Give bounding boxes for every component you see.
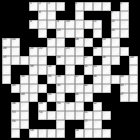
cell-11-14 [129, 102, 138, 111]
cell-9-7[interactable] [65, 84, 74, 93]
cell-3-14 [129, 29, 138, 38]
cell-6-2[interactable] [20, 56, 29, 65]
cell-1-5[interactable] [47, 11, 56, 20]
clue-number: 16 [12, 38, 16, 41]
cell-0-14 [129, 2, 138, 11]
cell-8-4 [38, 75, 47, 84]
crossword-board: 1234567891011121314151617181920212223242… [2, 2, 138, 138]
cell-2-0 [2, 20, 11, 29]
cell-11-12 [111, 102, 120, 111]
clue-number: 19 [102, 38, 106, 41]
cell-1-4[interactable]: 6 [38, 11, 47, 20]
cell-4-1[interactable]: 16 [11, 38, 20, 47]
cell-6-6[interactable]: 26 [56, 56, 65, 65]
cell-6-14[interactable]: 29 [129, 56, 138, 65]
cell-10-2[interactable]: 44 [20, 93, 29, 102]
cell-5-8[interactable] [75, 47, 84, 56]
cell-13-8 [75, 120, 84, 129]
cell-3-6[interactable]: 13 [56, 29, 65, 38]
cell-14-11[interactable] [102, 129, 111, 138]
cell-6-7[interactable] [65, 56, 74, 65]
cell-9-5 [47, 84, 56, 93]
clue-number: 18 [75, 38, 79, 41]
clue-number: 52 [93, 102, 97, 105]
cell-13-9[interactable]: 57 [84, 120, 93, 129]
cell-6-1[interactable] [11, 56, 20, 65]
cell-3-4[interactable] [38, 29, 47, 38]
cell-13-4 [38, 120, 47, 129]
cell-9-8[interactable] [75, 84, 84, 93]
cell-6-8[interactable] [75, 56, 84, 65]
cell-14-2 [20, 129, 29, 138]
cell-11-4[interactable]: 49 [38, 102, 47, 111]
cell-0-0 [2, 2, 11, 11]
cell-7-13 [120, 65, 129, 74]
cell-11-5 [47, 102, 56, 111]
clue-number: 58 [30, 129, 34, 132]
cell-14-0 [2, 129, 11, 138]
cell-4-12[interactable] [111, 38, 120, 47]
cell-14-8[interactable]: 59 [75, 129, 84, 138]
cell-8-11[interactable] [102, 75, 111, 84]
clue-number: 22 [39, 47, 43, 50]
cell-6-3[interactable] [29, 56, 38, 65]
cell-3-1 [11, 29, 20, 38]
cell-2-12[interactable]: 12 [111, 20, 120, 29]
cell-5-10[interactable]: 24 [93, 47, 102, 56]
cell-10-14[interactable] [129, 93, 138, 102]
cell-12-10[interactable] [93, 111, 102, 120]
clue-number: 11 [93, 20, 97, 23]
cell-11-0 [2, 102, 11, 111]
cell-12-11[interactable] [102, 111, 111, 120]
cell-3-0 [2, 29, 11, 38]
cell-1-12[interactable]: 7 [111, 11, 120, 20]
clue-number: 50 [57, 102, 61, 105]
cell-5-5[interactable] [47, 47, 56, 56]
cell-10-7 [65, 93, 74, 102]
cell-1-8[interactable] [75, 11, 84, 20]
cell-3-7[interactable] [65, 29, 74, 38]
cell-13-10[interactable] [93, 120, 102, 129]
crossword-puzzle-image: 1234567891011121314151617181920212223242… [0, 0, 140, 140]
cell-5-12[interactable] [111, 47, 120, 56]
cell-1-9 [84, 11, 93, 20]
cell-9-12 [111, 84, 120, 93]
clue-number: 40 [12, 84, 16, 87]
cell-11-2[interactable] [20, 102, 29, 111]
cell-1-14 [129, 11, 138, 20]
clue-number: 28 [102, 56, 106, 59]
cell-0-5[interactable]: 3 [47, 2, 56, 11]
cell-5-2 [20, 47, 29, 56]
clue-number: 37 [75, 75, 79, 78]
cell-12-8[interactable] [75, 111, 84, 120]
cell-1-13[interactable] [120, 11, 129, 20]
cell-13-5 [47, 120, 56, 129]
cell-8-10[interactable]: 38 [93, 75, 102, 84]
cell-4-0[interactable]: 15 [2, 38, 11, 47]
clue-number: 21 [30, 47, 34, 50]
cell-8-8[interactable]: 37 [75, 75, 84, 84]
clue-number: 2 [39, 2, 41, 5]
clue-number: 25 [3, 56, 7, 59]
cell-5-0[interactable]: 20 [2, 47, 11, 56]
cell-8-6[interactable]: 36 [56, 75, 65, 84]
cell-12-13 [120, 111, 129, 120]
clue-number: 33 [93, 65, 97, 68]
cell-8-5[interactable]: 35 [47, 75, 56, 84]
cell-13-3 [29, 120, 38, 129]
cell-2-10[interactable]: 11 [93, 20, 102, 29]
cell-2-6[interactable]: 9 [56, 20, 65, 29]
cell-12-9[interactable]: 55 [84, 111, 93, 120]
cell-4-13 [120, 38, 129, 47]
cell-12-14 [129, 111, 138, 120]
cell-7-4[interactable] [38, 65, 47, 74]
cell-6-10 [93, 56, 102, 65]
cell-12-6[interactable] [56, 111, 65, 120]
cell-8-1 [11, 75, 20, 84]
clue-number: 1 [30, 2, 32, 5]
cell-2-9[interactable] [84, 20, 93, 29]
cell-3-11 [102, 29, 111, 38]
cell-7-8 [75, 65, 84, 74]
cell-3-8[interactable] [75, 29, 84, 38]
cell-0-10[interactable] [93, 2, 102, 11]
cell-0-7 [65, 2, 74, 11]
cell-7-10[interactable]: 33 [93, 65, 102, 74]
cell-9-11[interactable] [102, 84, 111, 93]
cell-3-5 [47, 29, 56, 38]
cell-11-6[interactable]: 50 [56, 102, 65, 111]
cell-5-1[interactable] [11, 47, 20, 56]
cell-2-14 [129, 20, 138, 29]
cell-13-12 [111, 120, 120, 129]
cell-2-11 [102, 20, 111, 29]
cell-14-1[interactable] [11, 129, 20, 138]
cell-12-2[interactable] [20, 111, 29, 120]
cell-2-13[interactable] [120, 20, 129, 29]
cell-8-14[interactable] [129, 75, 138, 84]
cell-2-3[interactable]: 8 [29, 20, 38, 29]
cell-13-2[interactable] [20, 120, 29, 129]
clue-number: 8 [30, 20, 32, 23]
cell-4-10 [93, 38, 102, 47]
clue-number: 45 [48, 93, 52, 96]
cell-13-6[interactable] [56, 120, 65, 129]
cell-6-12[interactable] [111, 56, 120, 65]
clue-number: 35 [48, 75, 52, 78]
cell-12-12 [111, 111, 120, 120]
cell-6-13 [120, 56, 129, 65]
cell-3-9 [84, 29, 93, 38]
clue-number: 36 [57, 75, 61, 78]
cell-0-1 [11, 2, 20, 11]
cell-5-4[interactable]: 22 [38, 47, 47, 56]
cell-7-3[interactable]: 30 [29, 65, 38, 74]
cell-0-13[interactable]: 5 [120, 2, 129, 11]
cell-11-11 [102, 102, 111, 111]
cell-12-4[interactable]: 54 [38, 111, 47, 120]
clue-number: 12 [111, 20, 115, 23]
clue-number: 4 [75, 2, 77, 5]
cell-9-0 [2, 84, 11, 93]
clue-number: 30 [30, 65, 34, 68]
cell-1-7 [65, 11, 74, 20]
clue-number: 48 [12, 102, 16, 105]
cell-7-7[interactable] [65, 65, 74, 74]
cell-2-2 [20, 20, 29, 29]
cell-12-0 [2, 111, 11, 120]
cell-5-13[interactable] [120, 47, 129, 56]
cell-12-5[interactable] [47, 111, 56, 120]
cell-6-0[interactable]: 25 [2, 56, 11, 65]
cell-8-2[interactable]: 34 [20, 75, 29, 84]
cell-4-2 [20, 38, 29, 47]
cell-2-7[interactable]: 10 [65, 20, 74, 29]
clue-number: 57 [84, 120, 88, 123]
cell-9-13[interactable]: 43 [120, 84, 129, 93]
cell-7-9[interactable]: 32 [84, 65, 93, 74]
clue-number: 54 [39, 111, 43, 114]
cell-10-1 [11, 93, 20, 102]
cell-14-10[interactable] [93, 129, 102, 138]
cell-14-5[interactable] [47, 129, 56, 138]
cell-3-3 [29, 29, 38, 38]
clue-number: 24 [93, 47, 97, 50]
cell-13-13 [120, 120, 129, 129]
cell-8-0[interactable] [2, 75, 11, 84]
clue-number: 55 [84, 111, 88, 114]
cell-11-1[interactable]: 48 [11, 102, 20, 111]
cell-10-6[interactable] [56, 93, 65, 102]
cell-5-9 [84, 47, 93, 56]
cell-7-1 [11, 65, 20, 74]
cell-2-4[interactable] [38, 20, 47, 29]
cell-2-5[interactable] [47, 20, 56, 29]
cell-14-12 [111, 129, 120, 138]
cell-6-9[interactable]: 27 [84, 56, 93, 65]
clue-number: 41 [57, 84, 61, 87]
cell-13-11 [102, 120, 111, 129]
cell-14-14 [129, 129, 138, 138]
cell-7-0[interactable] [2, 65, 11, 74]
clue-number: 46 [75, 93, 79, 96]
cell-10-5[interactable]: 45 [47, 93, 56, 102]
clue-number: 42 [84, 84, 88, 87]
cell-0-4[interactable]: 2 [38, 2, 47, 11]
clue-number: 56 [12, 120, 16, 123]
clue-number: 47 [120, 93, 124, 96]
cell-14-6[interactable] [56, 129, 65, 138]
cell-6-11[interactable]: 28 [102, 56, 111, 65]
cell-4-5[interactable]: 17 [47, 38, 56, 47]
cell-10-0 [2, 93, 11, 102]
cell-12-3 [29, 111, 38, 120]
cell-3-13[interactable] [120, 29, 129, 38]
cell-9-10[interactable] [93, 84, 102, 93]
clue-number: 10 [66, 20, 70, 23]
clue-number: 32 [84, 65, 88, 68]
cell-0-3[interactable]: 1 [29, 2, 38, 11]
cell-10-3[interactable] [29, 93, 38, 102]
cell-0-11[interactable] [102, 2, 111, 11]
clue-number: 15 [3, 38, 7, 41]
cell-14-9[interactable] [84, 129, 93, 138]
clue-number: 43 [120, 84, 124, 87]
cell-13-14 [129, 120, 138, 129]
cell-6-5 [47, 56, 56, 65]
cell-5-6[interactable] [56, 47, 65, 56]
clue-number: 23 [66, 47, 70, 50]
cell-9-2[interactable] [20, 84, 29, 93]
clue-number: 34 [21, 75, 25, 78]
cell-1-3 [29, 11, 38, 20]
cell-4-7 [65, 38, 74, 47]
clue-number: 3 [48, 2, 50, 5]
clue-number: 51 [66, 102, 70, 105]
cell-3-12[interactable]: 14 [111, 29, 120, 38]
cell-8-7[interactable] [65, 75, 74, 84]
cell-13-7 [65, 120, 74, 129]
cell-7-11[interactable] [102, 65, 111, 74]
cell-12-1[interactable]: 53 [11, 111, 20, 120]
cell-5-3[interactable]: 21 [29, 47, 38, 56]
cell-4-8[interactable]: 18 [75, 38, 84, 47]
clue-number: 29 [130, 56, 134, 59]
clue-number: 53 [12, 111, 16, 114]
cell-5-7[interactable]: 23 [65, 47, 74, 56]
cell-14-4[interactable] [38, 129, 47, 138]
cell-4-4 [38, 38, 47, 47]
cell-0-8[interactable]: 4 [75, 2, 84, 11]
clue-number: 14 [111, 29, 115, 32]
cell-0-12 [111, 2, 120, 11]
clue-number: 59 [75, 129, 79, 132]
cell-1-0 [2, 11, 11, 20]
cell-10-12 [111, 93, 120, 102]
clue-number: 31 [48, 65, 52, 68]
cell-12-7[interactable] [65, 111, 74, 120]
cell-9-14[interactable] [129, 84, 138, 93]
cell-1-1 [11, 11, 20, 20]
cell-7-2 [20, 65, 29, 74]
cell-5-14 [129, 47, 138, 56]
cell-2-8[interactable] [75, 20, 84, 29]
cell-1-11 [102, 11, 111, 20]
cell-6-4[interactable] [38, 56, 47, 65]
cell-1-2 [20, 11, 29, 20]
cell-5-11[interactable] [102, 47, 111, 56]
clue-number: 5 [120, 2, 122, 5]
cell-10-11 [102, 93, 111, 102]
cell-11-9 [84, 102, 93, 111]
cell-9-9[interactable]: 42 [84, 84, 93, 93]
clue-number: 39 [120, 75, 124, 78]
cell-3-10[interactable] [93, 29, 102, 38]
clue-number: 49 [39, 102, 43, 105]
cell-10-10 [93, 93, 102, 102]
cell-11-13 [120, 102, 129, 111]
cell-8-12[interactable] [111, 75, 120, 84]
cell-7-12 [111, 65, 120, 74]
clue-number: 26 [57, 56, 61, 59]
clue-number: 17 [48, 38, 52, 41]
clue-number: 44 [21, 93, 25, 96]
cell-8-13[interactable]: 39 [120, 75, 129, 84]
clue-number: 7 [111, 11, 113, 14]
cell-0-9[interactable] [84, 2, 93, 11]
clue-number: 27 [84, 56, 88, 59]
cell-8-9 [84, 75, 93, 84]
cell-7-14[interactable] [129, 65, 138, 74]
cell-1-10 [93, 11, 102, 20]
cell-0-6[interactable] [56, 2, 65, 11]
clue-number: 9 [57, 20, 59, 23]
cell-11-8[interactable] [75, 102, 84, 111]
cell-2-1 [11, 20, 20, 29]
cell-4-6[interactable] [56, 38, 65, 47]
cell-11-3 [29, 102, 38, 111]
cell-8-3[interactable] [29, 75, 38, 84]
cell-14-3[interactable]: 58 [29, 129, 38, 138]
cell-10-8[interactable]: 46 [75, 93, 84, 102]
cell-10-4 [38, 93, 47, 102]
cell-4-3 [29, 38, 38, 47]
cell-7-5[interactable]: 31 [47, 65, 56, 74]
cell-9-1[interactable]: 40 [11, 84, 20, 93]
clue-number: 13 [57, 29, 61, 32]
cell-13-1[interactable]: 56 [11, 120, 20, 129]
cell-14-13 [120, 129, 129, 138]
cell-7-6 [56, 65, 65, 74]
cell-11-10[interactable]: 52 [93, 102, 102, 111]
cell-0-2 [20, 2, 29, 11]
clue-number: 38 [93, 75, 97, 78]
cell-1-6 [56, 11, 65, 20]
clue-number: 6 [39, 11, 41, 14]
cell-13-0 [2, 120, 11, 129]
cell-9-4[interactable] [38, 84, 47, 93]
cell-11-7[interactable]: 51 [65, 102, 74, 111]
cell-9-3[interactable] [29, 84, 38, 93]
cell-9-6[interactable]: 41 [56, 84, 65, 93]
cell-4-14 [129, 38, 138, 47]
cell-4-11[interactable]: 19 [102, 38, 111, 47]
cell-10-9[interactable] [84, 93, 93, 102]
cell-4-9[interactable] [84, 38, 93, 47]
cell-10-13[interactable]: 47 [120, 93, 129, 102]
clue-number: 20 [3, 47, 7, 50]
cell-3-2 [20, 29, 29, 38]
cell-14-7 [65, 129, 74, 138]
